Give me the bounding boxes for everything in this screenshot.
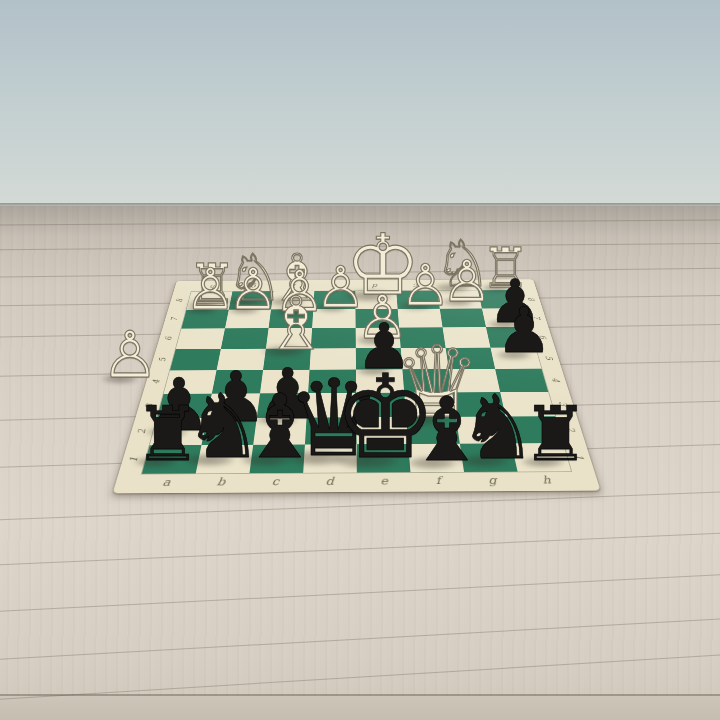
photo-chess-scene: abcdefgh abcdefgh 87654321 87654321 ♖♘♗♔… [0,0,720,720]
piece-black-rook-h1[interactable]: ♜ [522,397,590,472]
wall-background [0,0,720,206]
rank-label-4: 4 [537,373,574,388]
table-front-edge [0,696,720,720]
piece-black-pawn-h5[interactable]: ♟ [496,300,552,363]
piece-white-pawn-g7[interactable]: ♙ [442,253,493,310]
piece-white-bishop-c5[interactable]: ♗ [263,287,329,361]
square-b6[interactable] [221,328,269,348]
